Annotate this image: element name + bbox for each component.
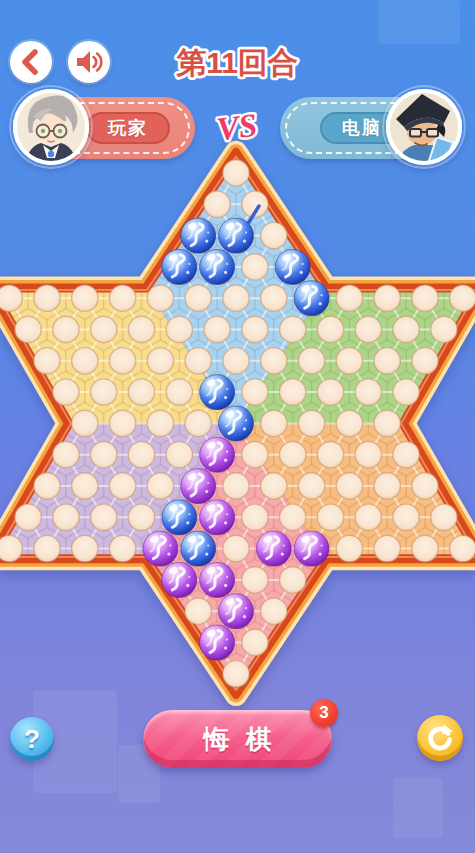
hole-r12-c11[interactable] [393,504,419,530]
hole-r6-c12[interactable] [431,316,457,342]
hole-r10-c1[interactable] [53,442,79,468]
marble-purple[interactable] [219,594,254,630]
hole-r11-c2[interactable] [72,473,98,499]
hole-r8-c8[interactable] [317,379,343,405]
vs-text: VS [215,107,259,148]
hole-r5-c4[interactable] [109,285,135,311]
hole-r7-c6[interactable] [223,348,249,374]
hole-r8-c2[interactable] [91,379,117,405]
avatar-computer [384,87,464,167]
hole-r8-c1[interactable] [53,379,79,405]
hole-r7-c9[interactable] [336,348,362,374]
marble-blue[interactable] [294,281,329,317]
hole-r13-c12[interactable] [412,535,438,561]
hole-r10-c8[interactable] [317,442,343,468]
hole-r11-c10[interactable] [374,473,400,499]
hole-r6-c2[interactable] [53,316,79,342]
marble-purple[interactable] [181,469,216,505]
hole-r13-c4[interactable] [109,535,135,561]
hole-r6-c9[interactable] [317,316,343,342]
hole-r6-c8[interactable] [280,316,306,342]
hole-r12-c9[interactable] [317,504,343,530]
hole-r9-c6[interactable] [261,410,287,436]
hole-r5-c7[interactable] [223,285,249,311]
hole-r5-c10[interactable] [336,285,362,311]
hole-r11-c4[interactable] [147,473,173,499]
hole-r13-c2[interactable] [34,535,60,561]
hole-r6-c7[interactable] [242,316,268,342]
hole-r8-c7[interactable] [280,379,306,405]
hole-r15-c1[interactable] [185,598,211,624]
hole-r12-c3[interactable] [91,504,117,530]
hole-r14-c3[interactable] [242,567,268,593]
hole-r5-c11[interactable] [374,285,400,311]
hole-r10-c7[interactable] [280,442,306,468]
help-label: ? [24,724,40,755]
hole-r7-c4[interactable] [147,348,173,374]
marble-purple[interactable] [294,531,329,567]
hole-r7-c2[interactable] [72,348,98,374]
hole-r13-c7[interactable] [223,535,249,561]
marble-purple[interactable] [256,531,291,567]
hole-r11-c6[interactable] [223,473,249,499]
hole-r3-c3[interactable] [261,222,287,248]
hole-r11-c7[interactable] [261,473,287,499]
hole-r5-c12[interactable] [412,285,438,311]
hole-r5-c5[interactable] [147,285,173,311]
hole-r5-c1[interactable] [0,285,22,311]
marble-purple[interactable] [200,500,235,536]
hole-r9-c7[interactable] [298,410,324,436]
chevron-left-icon [10,41,52,83]
hole-r6-c3[interactable] [91,316,117,342]
hole-r6-c11[interactable] [393,316,419,342]
hole-r7-c3[interactable] [109,348,135,374]
game-screen: 第11回合 玩家 电脑 VS [0,0,475,853]
marble-purple[interactable] [162,562,197,598]
marble-purple[interactable] [200,437,235,473]
hole-r8-c9[interactable] [355,379,381,405]
marble-blue[interactable] [162,500,197,536]
avatar-player [11,87,91,167]
marble-blue[interactable] [181,218,216,254]
hole-r10-c9[interactable] [355,442,381,468]
hole-r11-c11[interactable] [412,473,438,499]
hole-r7-c1[interactable] [34,348,60,374]
hole-r6-c6[interactable] [204,316,230,342]
hole-r5-c8[interactable] [261,285,287,311]
hole-r12-c12[interactable] [431,504,457,530]
hole-r9-c9[interactable] [374,410,400,436]
hole-r13-c1[interactable] [0,535,22,561]
hole-r6-c5[interactable] [166,316,192,342]
hole-r7-c7[interactable] [261,348,287,374]
marble-purple[interactable] [143,531,178,567]
hole-r9-c1[interactable] [72,410,98,436]
hole-r16-c2[interactable] [242,629,268,655]
hole-r15-c3[interactable] [261,598,287,624]
hole-r14-c4[interactable] [280,567,306,593]
hole-r7-c10[interactable] [374,348,400,374]
hole-r7-c8[interactable] [298,348,324,374]
refresh-icon [425,723,455,753]
hole-r8-c3[interactable] [128,379,154,405]
marble-blue[interactable] [275,249,310,285]
hole-r5-c13[interactable] [450,285,475,311]
hole-r10-c4[interactable] [166,442,192,468]
undo-count: 3 [319,703,328,723]
hole-r10-c3[interactable] [128,442,154,468]
hole-r17-c1[interactable] [223,661,249,687]
hole-r10-c10[interactable] [393,442,419,468]
hole-r5-c2[interactable] [34,285,60,311]
marble-blue[interactable] [219,406,254,442]
hole-r6-c10[interactable] [355,316,381,342]
marble-blue[interactable] [200,249,235,285]
hole-r13-c10[interactable] [336,535,362,561]
hole-r11-c9[interactable] [336,473,362,499]
hole-r8-c6[interactable] [242,379,268,405]
hole-r11-c1[interactable] [34,473,60,499]
hole-r9-c3[interactable] [147,410,173,436]
hole-r7-c11[interactable] [412,348,438,374]
round-title: 第11回合 [87,38,387,88]
hole-r2-c1[interactable] [204,191,230,217]
hole-r1-c1[interactable] [223,160,249,186]
marble-purple[interactable] [200,625,235,661]
undo-count-badge: 3 [310,699,338,727]
marble-blue[interactable] [219,218,254,254]
hole-r12-c8[interactable] [280,504,306,530]
marble-purple[interactable] [200,562,235,598]
hole-r6-c1[interactable] [15,316,41,342]
hole-r13-c3[interactable] [72,535,98,561]
restart-button[interactable] [417,715,463,761]
hole-r12-c7[interactable] [242,504,268,530]
marble-blue[interactable] [181,531,216,567]
hole-r12-c2[interactable] [53,504,79,530]
hole-r11-c3[interactable] [109,473,135,499]
hole-r10-c2[interactable] [91,442,117,468]
hole-r9-c2[interactable] [109,410,135,436]
hole-r6-c4[interactable] [128,316,154,342]
hole-r10-c6[interactable] [242,442,268,468]
hole-r13-c11[interactable] [374,535,400,561]
hole-r8-c10[interactable] [393,379,419,405]
hole-r9-c8[interactable] [336,410,362,436]
help-button[interactable]: ? [10,717,54,761]
hole-r12-c1[interactable] [15,504,41,530]
hole-r13-c13[interactable] [450,535,475,561]
hole-r11-c8[interactable] [298,473,324,499]
marble-blue[interactable] [200,375,235,411]
hole-r5-c3[interactable] [72,285,98,311]
undo-label: 悔棋 [188,722,288,757]
player-name: 玩家 [86,112,170,144]
hole-r7-c5[interactable] [185,348,211,374]
round-title-text: 第11回合 [176,46,298,79]
hole-r8-c4[interactable] [166,379,192,405]
hole-r12-c4[interactable] [128,504,154,530]
undo-button[interactable]: 悔棋 3 [143,710,332,768]
back-button[interactable] [10,41,52,83]
hole-r9-c4[interactable] [185,410,211,436]
hole-r12-c10[interactable] [355,504,381,530]
hole-r5-c6[interactable] [185,285,211,311]
vs-badge: VS [204,101,270,155]
marble-blue[interactable] [162,249,197,285]
hole-r4-c3[interactable] [242,254,268,280]
